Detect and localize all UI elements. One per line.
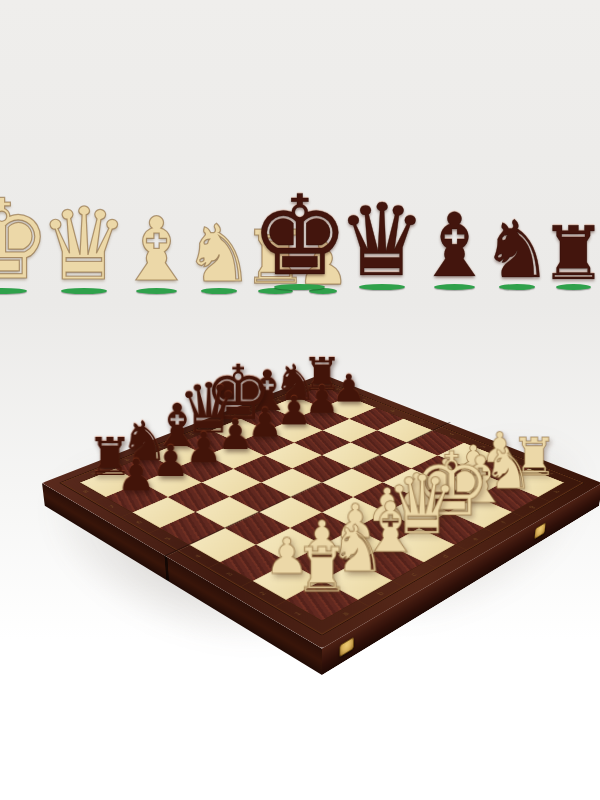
piece-black-pawn-c7: ♟ <box>185 427 223 469</box>
board-scene: abcdefgh abcdefgh 87654321 87654321 ♜♞♝♛… <box>0 0 600 800</box>
piece-black-pawn-b7: ♟ <box>152 440 191 483</box>
brass-clasp <box>339 637 354 658</box>
brass-clasp <box>534 522 546 539</box>
piece-white-rook-a1: ♜ <box>294 539 349 601</box>
chessboard: abcdefgh abcdefgh 87654321 87654321 ♜♞♝♛… <box>42 374 600 649</box>
piece-black-pawn-a7: ♟ <box>117 454 156 498</box>
chess-set-photo: ♚♛♝♞♜♟ ♚♛♝♞♜♟ abcdefgh abcdefgh 87654321… <box>0 0 600 800</box>
